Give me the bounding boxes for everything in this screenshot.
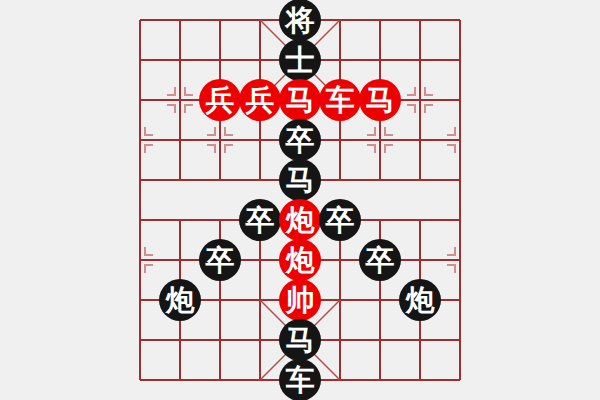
black-general[interactable]: 将 [279,0,321,41]
xiangqi-board: 将士兵兵马车马卒马卒炮卒卒炮卒炮帅炮马车 [0,0,600,400]
red-horse[interactable]: 马 [359,79,401,121]
red-cannon[interactable]: 炮 [279,199,321,241]
black-cannon[interactable]: 炮 [159,279,201,321]
red-general[interactable]: 帅 [279,279,321,321]
red-soldier[interactable]: 兵 [239,79,281,121]
black-soldier[interactable]: 卒 [319,199,361,241]
red-horse[interactable]: 马 [279,79,321,121]
black-soldier[interactable]: 卒 [199,239,241,281]
red-cannon[interactable]: 炮 [279,239,321,281]
black-advisor[interactable]: 士 [279,39,321,81]
red-soldier[interactable]: 兵 [199,79,241,121]
black-chariot[interactable]: 车 [279,359,321,400]
black-horse[interactable]: 马 [279,319,321,361]
black-cannon[interactable]: 炮 [399,279,441,321]
black-horse[interactable]: 马 [279,159,321,201]
black-soldier[interactable]: 卒 [279,119,321,161]
red-chariot[interactable]: 车 [319,79,361,121]
black-soldier[interactable]: 卒 [239,199,281,241]
black-soldier[interactable]: 卒 [359,239,401,281]
